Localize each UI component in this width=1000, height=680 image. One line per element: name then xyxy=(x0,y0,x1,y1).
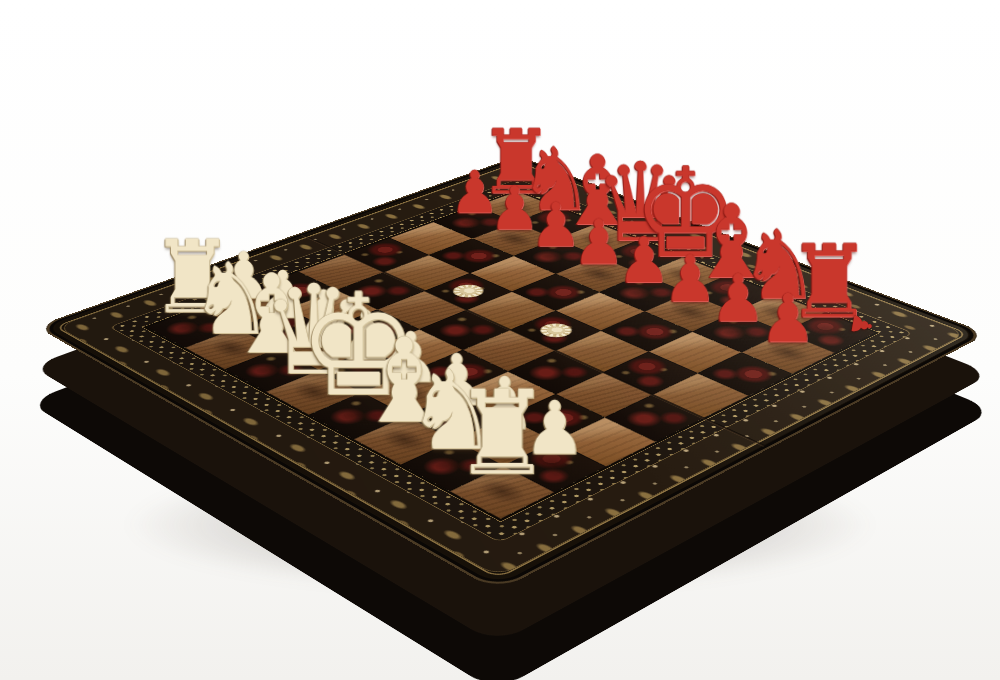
chessboard: ♜♞♟♝♟♛♟♚♟♝♟♟♞♟♜♟♜♟♞♟♟♝♟♛♟♚♟♝♟♞♟♜ xyxy=(36,156,988,592)
photo-stage: ♜♞♟♝♟♛♟♚♟♝♟♟♞♟♜♟♜♟♞♟♟♝♟♛♟♚♟♝♟♞♟♜ ♟ xyxy=(0,0,1000,680)
fallen-red-carving: ♟ xyxy=(838,322,882,356)
fallen-piece-glyph: ♟ xyxy=(843,311,876,359)
field-frame: ♜♞♟♝♟♛♟♚♟♝♟♟♞♟♜♟♜♟♞♟♟♝♟♛♟♚♟♝♟♞♟♜ xyxy=(143,190,879,521)
square-f5[interactable] xyxy=(555,331,648,373)
white-rook-glyph: ♜ xyxy=(405,375,599,491)
playing-field: ♜♞♟♝♟♛♟♚♟♝♟♟♞♟♜♟♜♟♞♟♟♝♟♛♟♚♟♝♟♞♟♜ xyxy=(147,191,875,519)
